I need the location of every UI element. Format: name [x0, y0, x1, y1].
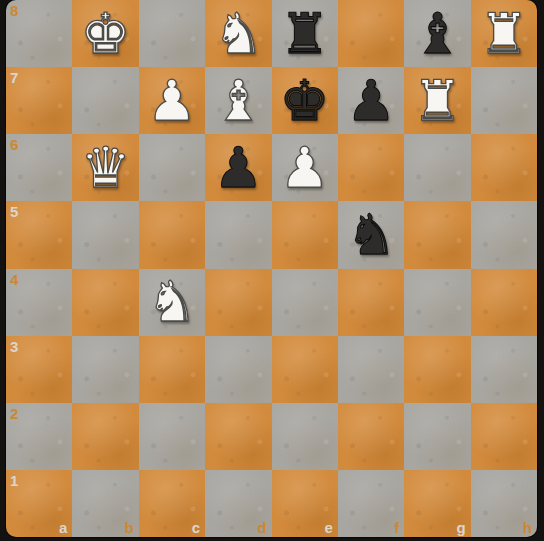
piece-black-knight[interactable]: ♞ — [338, 201, 404, 268]
chess-board: 8♚♞♜♝♜7♟♝♚♟♜6♛♟♟5♞4♞321abcdefgh — [6, 0, 537, 537]
square-b2[interactable] — [72, 403, 138, 470]
piece-white-queen[interactable]: ♛ — [72, 134, 138, 201]
rank-label-6: 6 — [10, 136, 18, 153]
square-h8[interactable]: ♜ — [471, 0, 537, 67]
square-f3[interactable] — [338, 336, 404, 403]
piece-white-king[interactable]: ♚ — [72, 0, 138, 67]
square-e2[interactable] — [272, 403, 338, 470]
square-c3[interactable] — [139, 336, 205, 403]
rank-label-8: 8 — [10, 2, 18, 19]
piece-white-pawn[interactable]: ♟ — [272, 134, 338, 201]
file-label-b: b — [125, 519, 134, 536]
square-h1[interactable]: h — [471, 470, 537, 537]
chess-app-background: 8♚♞♜♝♜7♟♝♚♟♜6♛♟♟5♞4♞321abcdefgh — [0, 0, 544, 541]
file-label-h: h — [523, 519, 532, 536]
square-f2[interactable] — [338, 403, 404, 470]
square-a5[interactable]: 5 — [6, 201, 72, 268]
square-d6[interactable]: ♟ — [205, 134, 271, 201]
square-f6[interactable] — [338, 134, 404, 201]
piece-white-rook[interactable]: ♜ — [471, 0, 537, 67]
square-h5[interactable] — [471, 201, 537, 268]
square-a3[interactable]: 3 — [6, 336, 72, 403]
square-f4[interactable] — [338, 269, 404, 336]
piece-black-pawn[interactable]: ♟ — [205, 134, 271, 201]
rank-label-7: 7 — [10, 69, 18, 86]
piece-black-king[interactable]: ♚ — [272, 67, 338, 134]
file-label-e: e — [325, 519, 333, 536]
square-e8[interactable]: ♜ — [272, 0, 338, 67]
square-d1[interactable]: d — [205, 470, 271, 537]
piece-white-pawn[interactable]: ♟ — [139, 67, 205, 134]
square-d5[interactable] — [205, 201, 271, 268]
square-d3[interactable] — [205, 336, 271, 403]
square-e5[interactable] — [272, 201, 338, 268]
rank-label-2: 2 — [10, 405, 18, 422]
piece-black-rook[interactable]: ♜ — [272, 0, 338, 67]
square-c7[interactable]: ♟ — [139, 67, 205, 134]
file-label-d: d — [257, 519, 266, 536]
square-g7[interactable]: ♜ — [404, 67, 470, 134]
square-g8[interactable]: ♝ — [404, 0, 470, 67]
square-b4[interactable] — [72, 269, 138, 336]
square-b8[interactable]: ♚ — [72, 0, 138, 67]
rank-label-5: 5 — [10, 203, 18, 220]
square-a8[interactable]: 8 — [6, 0, 72, 67]
square-e7[interactable]: ♚ — [272, 67, 338, 134]
rank-label-4: 4 — [10, 271, 18, 288]
square-e1[interactable]: e — [272, 470, 338, 537]
piece-black-bishop[interactable]: ♝ — [404, 0, 470, 67]
square-f1[interactable]: f — [338, 470, 404, 537]
square-g4[interactable] — [404, 269, 470, 336]
file-label-a: a — [59, 519, 67, 536]
square-g3[interactable] — [404, 336, 470, 403]
square-c6[interactable] — [139, 134, 205, 201]
square-d4[interactable] — [205, 269, 271, 336]
rank-label-1: 1 — [10, 472, 18, 489]
square-e4[interactable] — [272, 269, 338, 336]
square-a7[interactable]: 7 — [6, 67, 72, 134]
rank-label-3: 3 — [10, 338, 18, 355]
square-c5[interactable] — [139, 201, 205, 268]
square-c1[interactable]: c — [139, 470, 205, 537]
piece-white-bishop[interactable]: ♝ — [205, 67, 271, 134]
square-d8[interactable]: ♞ — [205, 0, 271, 67]
square-c4[interactable]: ♞ — [139, 269, 205, 336]
file-label-c: c — [192, 519, 200, 536]
square-b5[interactable] — [72, 201, 138, 268]
square-f7[interactable]: ♟ — [338, 67, 404, 134]
square-h3[interactable] — [471, 336, 537, 403]
square-d7[interactable]: ♝ — [205, 67, 271, 134]
square-h7[interactable] — [471, 67, 537, 134]
square-e3[interactable] — [272, 336, 338, 403]
square-h4[interactable] — [471, 269, 537, 336]
square-f5[interactable]: ♞ — [338, 201, 404, 268]
file-label-g: g — [456, 519, 465, 536]
square-h2[interactable] — [471, 403, 537, 470]
square-a4[interactable]: 4 — [6, 269, 72, 336]
piece-white-rook[interactable]: ♜ — [404, 67, 470, 134]
square-c8[interactable] — [139, 0, 205, 67]
square-d2[interactable] — [205, 403, 271, 470]
square-f8[interactable] — [338, 0, 404, 67]
square-g1[interactable]: g — [404, 470, 470, 537]
piece-white-knight[interactable]: ♞ — [205, 0, 271, 67]
square-b1[interactable]: b — [72, 470, 138, 537]
square-g6[interactable] — [404, 134, 470, 201]
piece-black-pawn[interactable]: ♟ — [338, 67, 404, 134]
square-c2[interactable] — [139, 403, 205, 470]
file-label-f: f — [394, 519, 399, 536]
square-b7[interactable] — [72, 67, 138, 134]
square-b6[interactable]: ♛ — [72, 134, 138, 201]
square-e6[interactable]: ♟ — [272, 134, 338, 201]
square-b3[interactable] — [72, 336, 138, 403]
square-g2[interactable] — [404, 403, 470, 470]
square-h6[interactable] — [471, 134, 537, 201]
square-a2[interactable]: 2 — [6, 403, 72, 470]
piece-white-knight[interactable]: ♞ — [139, 269, 205, 336]
square-a1[interactable]: 1a — [6, 470, 72, 537]
square-a6[interactable]: 6 — [6, 134, 72, 201]
square-g5[interactable] — [404, 201, 470, 268]
